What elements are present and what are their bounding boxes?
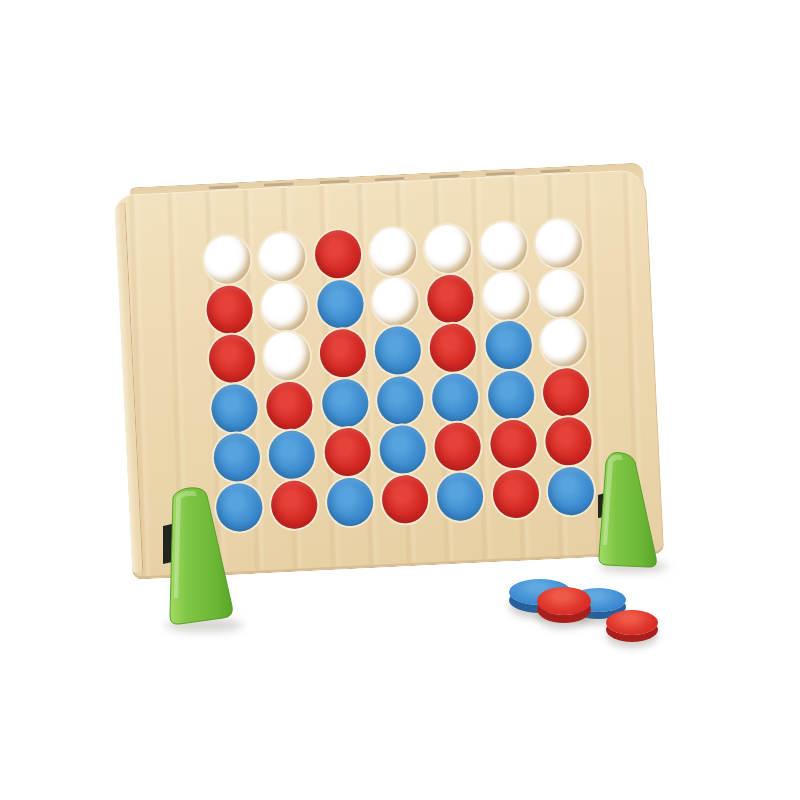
cell-r4c3-blue (321, 378, 369, 428)
board-left-edge (114, 203, 143, 573)
cell-r2c7-empty (537, 268, 585, 318)
cell-r1c1-empty (203, 235, 251, 285)
cell-r4c6-blue (486, 369, 534, 419)
right-stand (590, 445, 675, 580)
left-stand (155, 478, 250, 638)
cell-r2c5-red (426, 273, 474, 323)
board-slot-gap (163, 524, 172, 564)
cell-r6c2-red (270, 479, 318, 529)
cell-r2c2-empty (261, 281, 309, 331)
cell-r5c7-red (544, 416, 592, 466)
cell-r1c4-empty (369, 227, 417, 277)
cell-r4c5-blue (431, 372, 479, 422)
cell-r1c2-empty (258, 232, 306, 282)
cell-r3c6-blue (484, 320, 532, 370)
cell-r2c4-empty (371, 276, 419, 326)
cell-r5c1-blue (213, 432, 261, 482)
cell-r3c5-red (429, 323, 477, 373)
cell-r4c1-blue (210, 383, 258, 433)
cell-r2c3-blue (316, 279, 364, 329)
cell-r6c4-red (381, 474, 429, 524)
cell-r5c6-red (489, 419, 537, 469)
cell-r5c4-blue (378, 424, 426, 474)
cell-r6c5-blue (436, 471, 484, 521)
cell-r4c4-blue (376, 375, 424, 425)
cell-r6c6-red (491, 468, 539, 518)
cell-r3c2-empty (263, 331, 311, 381)
cell-r1c7-empty (534, 218, 582, 268)
cell-r5c2-blue (268, 430, 316, 480)
cell-r3c3-red (318, 328, 366, 378)
cell-r4c7-red (542, 367, 590, 417)
cell-r1c5-empty (424, 224, 472, 274)
loose-disc-4-red (606, 610, 658, 635)
cell-r3c1-red (208, 334, 256, 384)
cell-r5c3-red (323, 427, 371, 477)
cell-r5c5-red (434, 422, 482, 472)
cell-r1c3-red (314, 229, 362, 279)
cell-r2c6-empty (482, 271, 530, 321)
loose-disc-2-red (537, 587, 591, 615)
cell-r4c2-red (266, 380, 314, 430)
cell-r6c3-blue (326, 476, 374, 526)
cell-r3c7-empty (539, 317, 587, 367)
cell-r2c1-red (205, 284, 253, 334)
product-photo-connect-four (0, 0, 800, 800)
cell-r1c6-empty (479, 221, 527, 271)
cell-r6c7-blue (547, 466, 595, 516)
cell-r3c4-blue (374, 325, 422, 375)
